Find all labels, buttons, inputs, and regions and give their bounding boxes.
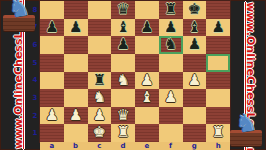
square-d8[interactable]: ♛ [111,1,135,19]
square-e5[interactable] [135,54,159,72]
square-g5[interactable] [183,54,207,72]
square-f2[interactable] [159,107,183,125]
black-rook[interactable]: ♜ [93,72,106,90]
black-bishop[interactable]: ♝ [188,19,201,37]
square-d5[interactable] [111,54,135,72]
square-b2[interactable]: ♟ [64,107,88,125]
square-b6[interactable] [64,36,88,54]
square-h3[interactable] [206,89,230,107]
black-pawn[interactable]: ♟ [116,36,129,54]
square-a4[interactable] [40,72,64,90]
square-g3[interactable] [183,89,207,107]
square-f6[interactable]: ♞ [159,36,183,54]
square-h5[interactable] [206,54,230,72]
white-pawn[interactable]: ♟ [69,107,82,125]
square-d6[interactable]: ♟ [111,36,135,54]
square-g2[interactable] [183,107,207,125]
file-label-a: a [40,142,64,150]
black-pawn[interactable]: ♟ [69,19,82,37]
white-rook[interactable]: ♜ [211,124,224,142]
square-g7[interactable]: ♝ [183,19,207,37]
square-a3[interactable] [40,89,64,107]
white-pawn[interactable]: ♟ [188,72,201,90]
square-c7[interactable] [88,19,112,37]
black-pawn[interactable]: ♟ [164,19,177,37]
square-c2[interactable]: ♟ [88,107,112,125]
square-g8[interactable]: ♚ [183,1,207,19]
chess-board: ♛♜♚♟♟♝♟♟♝♟♟♞♟♜♞♟♟♞♝♟♟♟♟♛♚♜♜ abcdefgh [40,0,230,150]
black-pawn[interactable]: ♟ [211,19,224,37]
square-f5[interactable] [159,54,183,72]
square-b3[interactable] [64,89,88,107]
black-king[interactable]: ♚ [188,1,201,19]
square-c4[interactable]: ♜ [88,72,112,90]
rank-label-3: 3 [31,94,39,102]
square-b4[interactable] [64,72,88,90]
rank-label-5: 5 [31,59,39,67]
file-labels: abcdefgh [40,142,230,150]
square-e8[interactable] [135,1,159,19]
rank-label-4: 4 [31,76,39,84]
square-d7[interactable]: ♝ [111,19,135,37]
black-pawn[interactable]: ♟ [45,19,58,37]
square-d4[interactable]: ♞ [111,72,135,90]
rank-label-1: 1 [31,129,39,137]
file-label-e: e [135,142,159,150]
square-a8[interactable] [40,1,64,19]
square-c3[interactable]: ♞ [88,89,112,107]
square-e2[interactable] [135,107,159,125]
video-frame: ♛♜♚♟♟♝♟♟♝♟♟♞♟♜♞♟♟♞♝♟♟♟♟♛♚♜♜ abcdefgh 876… [0,0,266,150]
black-pawn[interactable]: ♟ [140,19,153,37]
square-d3[interactable] [111,89,135,107]
file-label-d: d [111,142,135,150]
square-b7[interactable]: ♟ [64,19,88,37]
square-g6[interactable]: ♟ [183,36,207,54]
white-knight[interactable]: ♞ [93,89,106,107]
square-c5[interactable] [88,54,112,72]
black-knight[interactable]: ♞ [164,36,177,54]
black-queen[interactable]: ♛ [116,1,129,19]
onlinechesslessons-logo-bottom-right: ♞ [227,115,265,150]
square-e6[interactable] [135,36,159,54]
white-knight[interactable]: ♞ [116,72,129,90]
square-e4[interactable]: ♟ [135,72,159,90]
square-f1[interactable] [159,124,183,142]
onlinechesslessons-logo-top-left: ♞ [0,0,38,35]
square-b5[interactable] [64,54,88,72]
file-label-b: b [64,142,88,150]
black-pawn[interactable]: ♟ [188,36,201,54]
square-e1[interactable] [135,124,159,142]
square-c6[interactable] [88,36,112,54]
square-f3[interactable]: ♟ [159,89,183,107]
square-b8[interactable] [64,1,88,19]
square-h6[interactable] [206,36,230,54]
file-label-f: f [159,142,183,150]
square-c1[interactable]: ♚ [88,124,112,142]
file-label-c: c [88,142,112,150]
square-a5[interactable] [40,54,64,72]
square-b1[interactable] [64,124,88,142]
square-h7[interactable]: ♟ [206,19,230,37]
black-bishop[interactable]: ♝ [116,19,129,37]
white-rook[interactable]: ♜ [116,124,129,142]
square-a6[interactable] [40,36,64,54]
white-pawn[interactable]: ♟ [93,107,106,125]
white-pawn[interactable]: ♟ [164,89,177,107]
black-rook[interactable]: ♜ [164,1,177,19]
square-h4[interactable] [206,72,230,90]
square-f8[interactable]: ♜ [159,1,183,19]
white-pawn[interactable]: ♟ [45,107,58,125]
square-c8[interactable] [88,1,112,19]
white-pawn[interactable]: ♟ [140,72,153,90]
square-g1[interactable] [183,124,207,142]
square-a1[interactable] [40,124,64,142]
rank-label-6: 6 [31,41,39,49]
blue-knight-icon: ♞ [234,110,259,137]
board-squares: ♛♜♚♟♟♝♟♟♝♟♟♞♟♜♞♟♟♞♝♟♟♟♟♛♚♜♜ [40,1,230,142]
square-h8[interactable] [206,1,230,19]
white-bishop[interactable]: ♝ [140,89,153,107]
square-g4[interactable]: ♟ [183,72,207,90]
square-e7[interactable]: ♟ [135,19,159,37]
square-f4[interactable] [159,72,183,90]
square-a7[interactable]: ♟ [40,19,64,37]
square-d1[interactable]: ♜ [111,124,135,142]
blue-knight-icon: ♞ [7,0,32,21]
square-e3[interactable]: ♝ [135,89,159,107]
square-f7[interactable]: ♟ [159,19,183,37]
square-d2[interactable]: ♛ [111,107,135,125]
square-a2[interactable]: ♟ [40,107,64,125]
white-queen[interactable]: ♛ [116,107,129,125]
rank-label-2: 2 [31,112,39,120]
white-king[interactable]: ♚ [93,124,106,142]
file-label-g: g [183,142,207,150]
